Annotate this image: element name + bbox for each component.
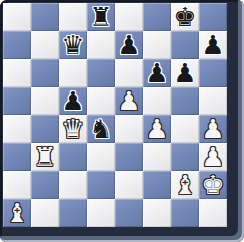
square-f7[interactable] [143,31,171,59]
square-b8[interactable] [31,3,59,31]
square-f1[interactable] [143,199,171,227]
square-d6[interactable] [87,59,115,87]
square-g4[interactable] [171,115,199,143]
white-pawn-h3[interactable]: ♟ [199,143,227,171]
square-h7[interactable]: ♟ [199,31,227,59]
square-d3[interactable] [87,143,115,171]
square-b1[interactable] [31,199,59,227]
square-e7[interactable]: ♟ [115,31,143,59]
square-g6[interactable]: ♟ [171,59,199,87]
square-f3[interactable] [143,143,171,171]
square-g3[interactable] [171,143,199,171]
square-d2[interactable] [87,171,115,199]
square-b7[interactable] [31,31,59,59]
square-a3[interactable] [3,143,31,171]
square-f8[interactable] [143,3,171,31]
square-h5[interactable] [199,87,227,115]
white-pawn-f4[interactable]: ♟ [143,115,171,143]
square-e1[interactable] [115,199,143,227]
black-king-g8[interactable]: ♚ [171,3,199,31]
chess-board-frame: ♜♚♛♟♟♟♟♟♟♛♞♟♟♜♟♝♚♝ [0,0,244,242]
black-pawn-h7[interactable]: ♟ [199,31,227,59]
square-f5[interactable] [143,87,171,115]
square-h4[interactable]: ♟ [199,115,227,143]
square-a7[interactable] [3,31,31,59]
square-d5[interactable] [87,87,115,115]
square-d1[interactable] [87,199,115,227]
square-a4[interactable] [3,115,31,143]
square-e6[interactable] [115,59,143,87]
square-b3[interactable]: ♜ [31,143,59,171]
white-bishop-g2[interactable]: ♝ [171,171,199,199]
square-h3[interactable]: ♟ [199,143,227,171]
white-pawn-e5[interactable]: ♟ [115,87,143,115]
square-c2[interactable] [59,171,87,199]
square-h6[interactable] [199,59,227,87]
square-a1[interactable]: ♝ [3,199,31,227]
square-d4[interactable]: ♞ [87,115,115,143]
square-h2[interactable]: ♚ [199,171,227,199]
square-h1[interactable] [199,199,227,227]
square-c7[interactable]: ♛ [59,31,87,59]
square-f4[interactable]: ♟ [143,115,171,143]
square-c6[interactable] [59,59,87,87]
square-e2[interactable] [115,171,143,199]
square-d7[interactable] [87,31,115,59]
square-a8[interactable] [3,3,31,31]
square-b4[interactable] [31,115,59,143]
chess-board: ♜♚♛♟♟♟♟♟♟♛♞♟♟♜♟♝♚♝ [3,3,227,227]
black-pawn-c5[interactable]: ♟ [59,87,87,115]
square-e3[interactable] [115,143,143,171]
square-a5[interactable] [3,87,31,115]
square-a2[interactable] [3,171,31,199]
square-b5[interactable] [31,87,59,115]
white-pawn-h4[interactable]: ♟ [199,115,227,143]
square-a6[interactable] [3,59,31,87]
square-c8[interactable] [59,3,87,31]
square-c1[interactable] [59,199,87,227]
square-c3[interactable] [59,143,87,171]
square-f6[interactable]: ♟ [143,59,171,87]
black-queen-c7[interactable]: ♛ [59,31,87,59]
square-e4[interactable] [115,115,143,143]
square-g7[interactable] [171,31,199,59]
square-b6[interactable] [31,59,59,87]
black-rook-d8[interactable]: ♜ [87,3,115,31]
black-pawn-g6[interactable]: ♟ [171,59,199,87]
square-h8[interactable] [199,3,227,31]
black-knight-d4[interactable]: ♞ [87,115,115,143]
square-g8[interactable]: ♚ [171,3,199,31]
square-g1[interactable] [171,199,199,227]
square-g2[interactable]: ♝ [171,171,199,199]
square-e8[interactable] [115,3,143,31]
square-c5[interactable]: ♟ [59,87,87,115]
square-c4[interactable]: ♛ [59,115,87,143]
black-pawn-e7[interactable]: ♟ [115,31,143,59]
square-b2[interactable] [31,171,59,199]
square-d8[interactable]: ♜ [87,3,115,31]
white-king-h2[interactable]: ♚ [199,171,227,199]
black-pawn-f6[interactable]: ♟ [143,59,171,87]
square-f2[interactable] [143,171,171,199]
white-queen-c4[interactable]: ♛ [59,115,87,143]
square-g5[interactable] [171,87,199,115]
white-bishop-a1[interactable]: ♝ [3,199,31,227]
white-rook-b3[interactable]: ♜ [31,143,59,171]
square-e5[interactable]: ♟ [115,87,143,115]
